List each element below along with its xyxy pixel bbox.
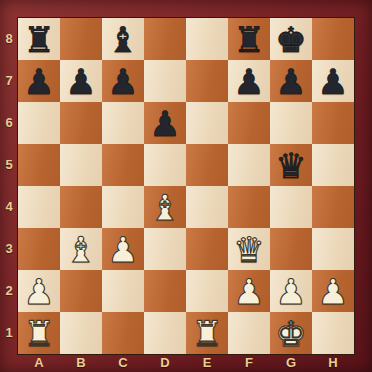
rank-label-3: 3 — [0, 228, 18, 270]
square-d6[interactable]: ♟ — [144, 102, 186, 144]
square-d5[interactable] — [144, 144, 186, 186]
square-f4[interactable] — [228, 186, 270, 228]
square-b6[interactable] — [60, 102, 102, 144]
rank-label-2: 2 — [0, 270, 18, 312]
piece-white-pawn[interactable]: ♟ — [270, 270, 312, 312]
square-b8[interactable] — [60, 18, 102, 60]
square-h7[interactable]: ♟ — [312, 60, 354, 102]
file-labels: ABCDEFGH — [18, 354, 354, 372]
square-c4[interactable] — [102, 186, 144, 228]
file-label-g: G — [270, 354, 312, 372]
square-h8[interactable] — [312, 18, 354, 60]
square-a4[interactable] — [18, 186, 60, 228]
square-b4[interactable] — [60, 186, 102, 228]
square-g7[interactable]: ♟ — [270, 60, 312, 102]
square-a1[interactable]: ♜ — [18, 312, 60, 354]
square-d4[interactable]: ♝ — [144, 186, 186, 228]
square-a7[interactable]: ♟ — [18, 60, 60, 102]
square-h1[interactable] — [312, 312, 354, 354]
square-a5[interactable] — [18, 144, 60, 186]
rank-label-7: 7 — [0, 60, 18, 102]
piece-black-pawn[interactable]: ♟ — [144, 102, 186, 144]
piece-white-pawn[interactable]: ♟ — [312, 270, 354, 312]
square-d2[interactable] — [144, 270, 186, 312]
rank-label-8: 8 — [0, 18, 18, 60]
square-h3[interactable] — [312, 228, 354, 270]
piece-white-king[interactable]: ♚ — [270, 312, 312, 354]
square-g3[interactable] — [270, 228, 312, 270]
rank-label-5: 5 — [0, 144, 18, 186]
square-d3[interactable] — [144, 228, 186, 270]
file-label-f: F — [228, 354, 270, 372]
square-e2[interactable] — [186, 270, 228, 312]
square-e4[interactable] — [186, 186, 228, 228]
piece-black-pawn[interactable]: ♟ — [102, 60, 144, 102]
square-b5[interactable] — [60, 144, 102, 186]
square-h2[interactable]: ♟ — [312, 270, 354, 312]
square-e8[interactable] — [186, 18, 228, 60]
square-d8[interactable] — [144, 18, 186, 60]
piece-black-pawn[interactable]: ♟ — [228, 60, 270, 102]
square-e1[interactable]: ♜ — [186, 312, 228, 354]
file-label-a: A — [18, 354, 60, 372]
piece-white-pawn[interactable]: ♟ — [102, 228, 144, 270]
square-f5[interactable] — [228, 144, 270, 186]
piece-black-pawn[interactable]: ♟ — [60, 60, 102, 102]
square-c3[interactable]: ♟ — [102, 228, 144, 270]
square-a2[interactable]: ♟ — [18, 270, 60, 312]
square-g5[interactable]: ♛ — [270, 144, 312, 186]
square-d7[interactable] — [144, 60, 186, 102]
piece-black-rook[interactable]: ♜ — [228, 18, 270, 60]
piece-white-pawn[interactable]: ♟ — [228, 270, 270, 312]
square-g1[interactable]: ♚ — [270, 312, 312, 354]
square-d1[interactable] — [144, 312, 186, 354]
square-f2[interactable]: ♟ — [228, 270, 270, 312]
file-label-e: E — [186, 354, 228, 372]
square-h4[interactable] — [312, 186, 354, 228]
square-e5[interactable] — [186, 144, 228, 186]
piece-black-king[interactable]: ♚ — [270, 18, 312, 60]
rank-labels: 87654321 — [0, 18, 18, 354]
square-e7[interactable] — [186, 60, 228, 102]
piece-white-queen[interactable]: ♛ — [228, 228, 270, 270]
square-b3[interactable]: ♝ — [60, 228, 102, 270]
square-c7[interactable]: ♟ — [102, 60, 144, 102]
file-label-h: H — [312, 354, 354, 372]
piece-white-bishop[interactable]: ♝ — [60, 228, 102, 270]
square-b7[interactable]: ♟ — [60, 60, 102, 102]
square-c2[interactable] — [102, 270, 144, 312]
square-g8[interactable]: ♚ — [270, 18, 312, 60]
chess-board: ♜♝♜♚♟♟♟♟♟♟♟♛♝♝♟♛♟♟♟♟♜♜♚ — [17, 17, 355, 355]
square-a3[interactable] — [18, 228, 60, 270]
square-c6[interactable] — [102, 102, 144, 144]
piece-black-queen[interactable]: ♛ — [270, 144, 312, 186]
square-g6[interactable] — [270, 102, 312, 144]
piece-black-rook[interactable]: ♜ — [18, 18, 60, 60]
square-e3[interactable] — [186, 228, 228, 270]
file-label-c: C — [102, 354, 144, 372]
square-g2[interactable]: ♟ — [270, 270, 312, 312]
square-h6[interactable] — [312, 102, 354, 144]
square-c8[interactable]: ♝ — [102, 18, 144, 60]
piece-white-rook[interactable]: ♜ — [186, 312, 228, 354]
rank-label-4: 4 — [0, 186, 18, 228]
square-c5[interactable] — [102, 144, 144, 186]
square-a8[interactable]: ♜ — [18, 18, 60, 60]
square-c1[interactable] — [102, 312, 144, 354]
square-f1[interactable] — [228, 312, 270, 354]
square-f3[interactable]: ♛ — [228, 228, 270, 270]
square-e6[interactable] — [186, 102, 228, 144]
square-f8[interactable]: ♜ — [228, 18, 270, 60]
piece-white-rook[interactable]: ♜ — [18, 312, 60, 354]
piece-white-pawn[interactable]: ♟ — [18, 270, 60, 312]
piece-white-bishop[interactable]: ♝ — [144, 186, 186, 228]
file-label-b: B — [60, 354, 102, 372]
piece-black-pawn[interactable]: ♟ — [312, 60, 354, 102]
chess-board-frame: 87654321 ABCDEFGH ♜♝♜♚♟♟♟♟♟♟♟♛♝♝♟♛♟♟♟♟♜♜… — [0, 0, 372, 372]
square-b2[interactable] — [60, 270, 102, 312]
file-label-d: D — [144, 354, 186, 372]
rank-label-1: 1 — [0, 312, 18, 354]
piece-black-pawn[interactable]: ♟ — [18, 60, 60, 102]
square-b1[interactable] — [60, 312, 102, 354]
piece-black-bishop[interactable]: ♝ — [102, 18, 144, 60]
square-g4[interactable] — [270, 186, 312, 228]
piece-black-pawn[interactable]: ♟ — [270, 60, 312, 102]
square-f7[interactable]: ♟ — [228, 60, 270, 102]
square-f6[interactable] — [228, 102, 270, 144]
square-h5[interactable] — [312, 144, 354, 186]
rank-label-6: 6 — [0, 102, 18, 144]
square-a6[interactable] — [18, 102, 60, 144]
